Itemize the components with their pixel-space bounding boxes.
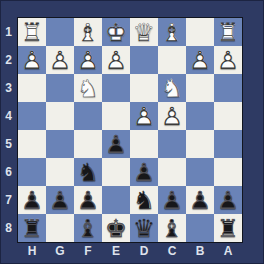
rank-label-1: 1 — [0, 18, 17, 46]
square-b5[interactable] — [186, 130, 214, 158]
piece-white-bishop[interactable]: ♝♗ — [158, 18, 186, 46]
rank-labels: 12345678 — [0, 18, 17, 242]
piece-outline-glyph: ♙ — [18, 46, 46, 74]
piece-white-pawn[interactable]: ♟♙ — [158, 102, 186, 130]
square-g1[interactable] — [46, 18, 74, 46]
square-a3[interactable] — [214, 74, 242, 102]
square-c6[interactable] — [158, 158, 186, 186]
piece-outline-glyph: ♙ — [158, 102, 186, 130]
piece-white-rook[interactable]: ♜♖ — [18, 18, 46, 46]
square-f5[interactable] — [74, 130, 102, 158]
square-e2[interactable]: ♟♙ — [102, 46, 130, 74]
file-label-b: B — [186, 241, 214, 261]
piece-white-pawn[interactable]: ♟♙ — [102, 46, 130, 74]
piece-black-knight[interactable]: ♞♘ — [74, 158, 102, 186]
piece-black-rook[interactable]: ♜♖ — [214, 214, 242, 242]
piece-white-rook[interactable]: ♜♖ — [214, 18, 242, 46]
square-g5[interactable] — [46, 130, 74, 158]
square-d6[interactable]: ♟♙ — [130, 158, 158, 186]
square-b8[interactable] — [186, 214, 214, 242]
piece-outline-glyph: ♙ — [186, 186, 214, 214]
piece-outline-glyph: ♖ — [18, 214, 46, 242]
piece-black-knight[interactable]: ♞♘ — [130, 186, 158, 214]
piece-white-pawn[interactable]: ♟♙ — [186, 46, 214, 74]
piece-outline-glyph: ♕ — [130, 214, 158, 242]
piece-outline-glyph: ♙ — [46, 186, 74, 214]
square-a5[interactable] — [214, 130, 242, 158]
piece-white-bishop[interactable]: ♝♗ — [74, 18, 102, 46]
board: ♜♖♝♗♚♔♛♕♝♗♜♖♟♙♟♙♟♙♟♙♟♙♟♙♞♘♞♘♟♙♟♙♟♙♞♘♟♙♟♙… — [17, 17, 243, 243]
file-label-c: C — [158, 241, 186, 261]
square-e3[interactable] — [102, 74, 130, 102]
piece-outline-glyph: ♖ — [214, 214, 242, 242]
square-b2[interactable]: ♟♙ — [186, 46, 214, 74]
square-f2[interactable]: ♟♙ — [74, 46, 102, 74]
square-b7[interactable]: ♟♙ — [186, 186, 214, 214]
square-h6[interactable] — [18, 158, 46, 186]
file-label-d: D — [130, 241, 158, 261]
square-h3[interactable] — [18, 74, 46, 102]
piece-outline-glyph: ♕ — [130, 18, 158, 46]
square-c8[interactable]: ♝♗ — [158, 214, 186, 242]
square-e8[interactable]: ♚♔ — [102, 214, 130, 242]
piece-outline-glyph: ♔ — [102, 214, 130, 242]
piece-outline-glyph: ♖ — [18, 18, 46, 46]
piece-white-pawn[interactable]: ♟♙ — [18, 46, 46, 74]
square-d3[interactable] — [130, 74, 158, 102]
file-labels: HGFEDCBA — [18, 241, 242, 261]
square-c5[interactable] — [158, 130, 186, 158]
piece-black-pawn[interactable]: ♟♙ — [102, 130, 130, 158]
square-h7[interactable]: ♟♙ — [18, 186, 46, 214]
square-h4[interactable] — [18, 102, 46, 130]
piece-white-pawn[interactable]: ♟♙ — [214, 46, 242, 74]
square-h2[interactable]: ♟♙ — [18, 46, 46, 74]
piece-black-bishop[interactable]: ♝♗ — [74, 214, 102, 242]
piece-outline-glyph: ♙ — [18, 186, 46, 214]
piece-outline-glyph: ♙ — [130, 158, 158, 186]
square-d1[interactable]: ♛♕ — [130, 18, 158, 46]
piece-outline-glyph: ♗ — [158, 214, 186, 242]
square-e7[interactable] — [102, 186, 130, 214]
square-a1[interactable]: ♜♖ — [214, 18, 242, 46]
square-a6[interactable] — [214, 158, 242, 186]
square-b6[interactable] — [186, 158, 214, 186]
square-g3[interactable] — [46, 74, 74, 102]
file-label-g: G — [46, 241, 74, 261]
square-b4[interactable] — [186, 102, 214, 130]
chess-diagram-frame: 12345678 ♜♖♝♗♚♔♛♕♝♗♜♖♟♙♟♙♟♙♟♙♟♙♟♙♞♘♞♘♟♙♟… — [0, 0, 264, 264]
rank-label-6: 6 — [0, 158, 17, 186]
file-label-h: H — [18, 241, 46, 261]
rank-label-7: 7 — [0, 186, 17, 214]
square-c4[interactable]: ♟♙ — [158, 102, 186, 130]
square-g6[interactable] — [46, 158, 74, 186]
file-label-e: E — [102, 241, 130, 261]
square-f1[interactable]: ♝♗ — [74, 18, 102, 46]
piece-outline-glyph: ♘ — [74, 158, 102, 186]
piece-outline-glyph: ♔ — [102, 18, 130, 46]
piece-outline-glyph: ♙ — [158, 186, 186, 214]
piece-white-queen[interactable]: ♛♕ — [130, 18, 158, 46]
piece-black-pawn[interactable]: ♟♙ — [74, 186, 102, 214]
square-e5[interactable]: ♟♙ — [102, 130, 130, 158]
piece-white-king[interactable]: ♚♔ — [102, 18, 130, 46]
square-f8[interactable]: ♝♗ — [74, 214, 102, 242]
piece-outline-glyph: ♙ — [46, 46, 74, 74]
square-g7[interactable]: ♟♙ — [46, 186, 74, 214]
piece-outline-glyph: ♘ — [130, 186, 158, 214]
square-e4[interactable] — [102, 102, 130, 130]
piece-black-pawn[interactable]: ♟♙ — [46, 186, 74, 214]
piece-black-king[interactable]: ♚♔ — [102, 214, 130, 242]
piece-outline-glyph: ♙ — [102, 130, 130, 158]
piece-outline-glyph: ♙ — [102, 46, 130, 74]
rank-label-3: 3 — [0, 74, 17, 102]
piece-outline-glyph: ♙ — [186, 46, 214, 74]
piece-black-pawn[interactable]: ♟♙ — [18, 186, 46, 214]
square-g8[interactable] — [46, 214, 74, 242]
square-e1[interactable]: ♚♔ — [102, 18, 130, 46]
square-d4[interactable]: ♟♙ — [130, 102, 158, 130]
square-a8[interactable]: ♜♖ — [214, 214, 242, 242]
rank-label-5: 5 — [0, 130, 17, 158]
piece-outline-glyph: ♗ — [158, 18, 186, 46]
square-h5[interactable] — [18, 130, 46, 158]
square-c3[interactable]: ♞♘ — [158, 74, 186, 102]
piece-black-rook[interactable]: ♜♖ — [18, 214, 46, 242]
square-f7[interactable]: ♟♙ — [74, 186, 102, 214]
piece-outline-glyph: ♙ — [214, 186, 242, 214]
rank-label-8: 8 — [0, 214, 17, 242]
piece-black-bishop[interactable]: ♝♗ — [158, 214, 186, 242]
piece-black-pawn[interactable]: ♟♙ — [186, 186, 214, 214]
piece-black-queen[interactable]: ♛♕ — [130, 214, 158, 242]
square-b3[interactable] — [186, 74, 214, 102]
square-g4[interactable] — [46, 102, 74, 130]
square-d7[interactable]: ♞♘ — [130, 186, 158, 214]
square-d2[interactable] — [130, 46, 158, 74]
piece-outline-glyph: ♗ — [74, 18, 102, 46]
piece-outline-glyph: ♙ — [130, 102, 158, 130]
rank-label-2: 2 — [0, 46, 17, 74]
piece-white-pawn[interactable]: ♟♙ — [46, 46, 74, 74]
square-g2[interactable]: ♟♙ — [46, 46, 74, 74]
piece-outline-glyph: ♖ — [214, 18, 242, 46]
square-f6[interactable]: ♞♘ — [74, 158, 102, 186]
piece-white-pawn[interactable]: ♟♙ — [74, 46, 102, 74]
square-a2[interactable]: ♟♙ — [214, 46, 242, 74]
square-b1[interactable] — [186, 18, 214, 46]
square-f3[interactable]: ♞♘ — [74, 74, 102, 102]
piece-outline-glyph: ♘ — [158, 74, 186, 102]
square-c1[interactable]: ♝♗ — [158, 18, 186, 46]
square-a7[interactable]: ♟♙ — [214, 186, 242, 214]
piece-outline-glyph: ♙ — [74, 46, 102, 74]
square-d5[interactable] — [130, 130, 158, 158]
rank-label-4: 4 — [0, 102, 17, 130]
square-c2[interactable] — [158, 46, 186, 74]
square-d8[interactable]: ♛♕ — [130, 214, 158, 242]
file-label-f: F — [74, 241, 102, 261]
piece-outline-glyph: ♙ — [74, 186, 102, 214]
piece-white-knight[interactable]: ♞♘ — [158, 74, 186, 102]
square-e6[interactable] — [102, 158, 130, 186]
piece-outline-glyph: ♘ — [74, 74, 102, 102]
square-f4[interactable] — [74, 102, 102, 130]
piece-black-pawn[interactable]: ♟♙ — [158, 186, 186, 214]
square-h1[interactable]: ♜♖ — [18, 18, 46, 46]
piece-outline-glyph: ♗ — [74, 214, 102, 242]
piece-black-pawn[interactable]: ♟♙ — [214, 186, 242, 214]
file-label-a: A — [214, 241, 242, 261]
piece-white-pawn[interactable]: ♟♙ — [130, 102, 158, 130]
square-c7[interactable]: ♟♙ — [158, 186, 186, 214]
piece-black-pawn[interactable]: ♟♙ — [130, 158, 158, 186]
square-h8[interactable]: ♜♖ — [18, 214, 46, 242]
piece-outline-glyph: ♙ — [214, 46, 242, 74]
square-a4[interactable] — [214, 102, 242, 130]
piece-white-knight[interactable]: ♞♘ — [74, 74, 102, 102]
